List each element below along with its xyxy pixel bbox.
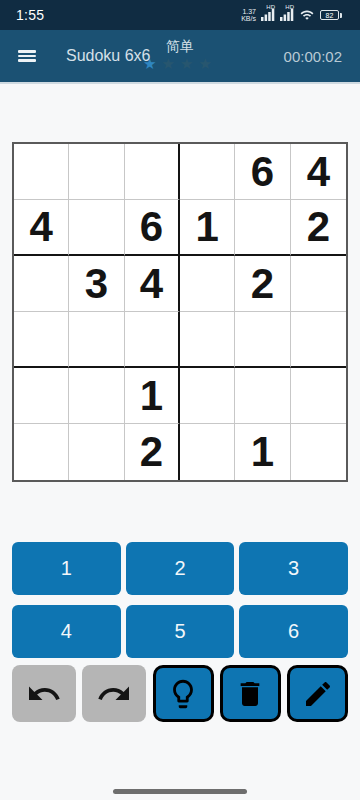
control-bar <box>12 665 348 722</box>
cell-r6c6[interactable] <box>291 424 346 480</box>
cell-r2c6[interactable]: 2 <box>291 200 346 256</box>
undo-icon <box>26 676 62 712</box>
cell-r2c5[interactable] <box>235 200 290 256</box>
cell-signal-icon-2: HD <box>280 9 294 21</box>
menu-icon[interactable] <box>18 50 36 62</box>
cell-r5c3[interactable]: 1 <box>125 368 180 424</box>
cell-r5c2[interactable] <box>69 368 124 424</box>
cell-r3c1[interactable] <box>14 256 69 312</box>
status-icons: 1.37 KB/s HD HD <box>241 8 344 23</box>
num-button-5[interactable]: 5 <box>126 605 235 658</box>
cell-r3c4[interactable] <box>180 256 235 312</box>
cell-r5c4[interactable] <box>180 368 235 424</box>
hd-badge: HD <box>285 4 294 10</box>
app-title: Sudoku 6x6 <box>66 47 151 65</box>
wifi-icon <box>299 8 315 22</box>
cell-r1c5[interactable]: 6 <box>235 144 290 200</box>
number-pad: 1 2 3 4 5 6 <box>12 542 348 658</box>
cell-r1c3[interactable] <box>125 144 180 200</box>
cell-r6c3[interactable]: 2 <box>125 424 180 480</box>
cell-r5c5[interactable] <box>235 368 290 424</box>
cell-r1c2[interactable] <box>69 144 124 200</box>
cell-r5c6[interactable] <box>291 368 346 424</box>
cell-signal-icon-1: HD <box>261 9 275 21</box>
cell-r4c6[interactable] <box>291 312 346 368</box>
cell-r4c3[interactable] <box>125 312 180 368</box>
cell-r2c2[interactable] <box>69 200 124 256</box>
game-timer: 00:00:02 <box>284 48 342 65</box>
cell-r3c6[interactable] <box>291 256 346 312</box>
cell-r6c2[interactable] <box>69 424 124 480</box>
battery-level: 82 <box>320 10 339 20</box>
cell-r4c2[interactable] <box>69 312 124 368</box>
cell-r6c5[interactable]: 1 <box>235 424 290 480</box>
cell-r4c1[interactable] <box>14 312 69 368</box>
clock-time: 1:55 <box>16 7 44 23</box>
num-button-4[interactable]: 4 <box>12 605 121 658</box>
pencil-button[interactable] <box>287 665 348 722</box>
erase-button[interactable] <box>220 665 281 722</box>
star-icon: ★ <box>198 55 216 72</box>
redo-button[interactable] <box>82 665 146 722</box>
cell-r4c5[interactable] <box>235 312 290 368</box>
network-speed-value: 1.37 <box>242 8 256 16</box>
cell-r6c4[interactable] <box>180 424 235 480</box>
undo-button[interactable] <box>12 665 76 722</box>
cell-r1c4[interactable] <box>180 144 235 200</box>
star-icon: ★ <box>162 55 180 72</box>
hint-button[interactable] <box>153 665 214 722</box>
cell-r1c1[interactable] <box>14 144 69 200</box>
cell-r2c1[interactable]: 4 <box>14 200 69 256</box>
cell-r3c2[interactable]: 3 <box>69 256 124 312</box>
gesture-nav-pill[interactable] <box>113 789 247 794</box>
pencil-icon <box>302 678 334 710</box>
cell-r5c1[interactable] <box>14 368 69 424</box>
cell-r1c6[interactable]: 4 <box>291 144 346 200</box>
num-button-1[interactable]: 1 <box>12 542 121 595</box>
app-bar: Sudoku 6x6 简单 ★★★★ 00:00:02 <box>0 30 360 84</box>
lightbulb-icon <box>166 677 200 711</box>
status-bar: 1:55 1.37 KB/s HD HD <box>0 0 360 30</box>
cell-r2c3[interactable]: 6 <box>125 200 180 256</box>
redo-icon <box>96 676 132 712</box>
network-speed: 1.37 KB/s <box>241 8 256 23</box>
cell-r6c1[interactable] <box>14 424 69 480</box>
network-speed-unit: KB/s <box>241 15 256 23</box>
hd-badge: HD <box>266 4 275 10</box>
phone-screen: 1:55 1.37 KB/s HD HD <box>0 0 360 800</box>
cell-r2c4[interactable]: 1 <box>180 200 235 256</box>
num-button-6[interactable]: 6 <box>239 605 348 658</box>
cell-r4c4[interactable] <box>180 312 235 368</box>
cell-r3c3[interactable]: 4 <box>125 256 180 312</box>
trash-icon <box>234 678 266 710</box>
cell-r3c5[interactable]: 2 <box>235 256 290 312</box>
star-icon: ★ <box>180 55 198 72</box>
num-button-3[interactable]: 3 <box>239 542 348 595</box>
battery-icon: 82 <box>320 9 344 21</box>
sudoku-board: 644612342121 <box>12 142 348 482</box>
num-button-2[interactable]: 2 <box>126 542 235 595</box>
